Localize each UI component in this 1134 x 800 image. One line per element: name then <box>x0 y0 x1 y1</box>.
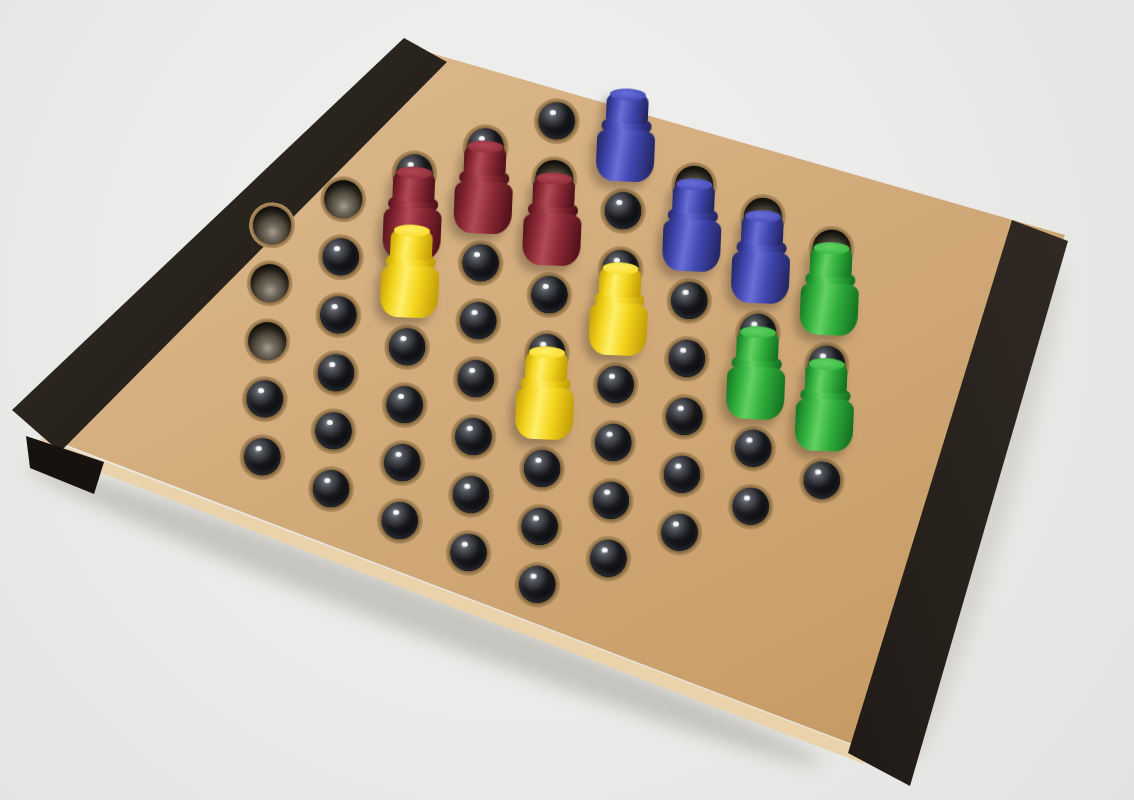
hole-c2-r1[interactable] <box>319 175 367 223</box>
red-pawn[interactable] <box>522 176 583 258</box>
black-marble[interactable] <box>246 380 284 418</box>
black-marble[interactable] <box>314 412 352 450</box>
hole-c5-r7[interactable] <box>518 445 566 493</box>
hole-c6-r5[interactable] <box>592 361 640 409</box>
hole-c7-r6[interactable] <box>658 451 706 499</box>
hole-c6-r2[interactable] <box>599 187 647 235</box>
black-marble[interactable] <box>734 429 772 467</box>
black-marble[interactable] <box>383 443 421 481</box>
black-marble[interactable] <box>538 102 576 140</box>
black-marble[interactable] <box>381 501 419 539</box>
blue-pawn[interactable] <box>596 93 657 175</box>
hole-c3-r6[interactable] <box>378 439 426 487</box>
black-marble[interactable] <box>312 469 350 507</box>
green-pawn[interactable] <box>799 246 860 328</box>
black-marble[interactable] <box>530 275 568 313</box>
red-pawn[interactable] <box>453 145 514 227</box>
black-marble[interactable] <box>589 539 627 577</box>
black-marble[interactable] <box>243 438 281 476</box>
hole-c5-r4[interactable] <box>525 271 573 319</box>
yellow-pawn[interactable] <box>380 229 441 311</box>
hole-c3-r5[interactable] <box>381 381 429 429</box>
black-marble[interactable] <box>663 455 701 493</box>
pawn-cap <box>532 177 575 209</box>
empty-hole[interactable] <box>252 206 291 245</box>
black-marble[interactable] <box>597 365 635 403</box>
black-marble[interactable] <box>668 339 706 377</box>
hole-c7-r7[interactable] <box>656 509 704 557</box>
hole-c2-r3[interactable] <box>314 291 362 339</box>
hole-c2-r5[interactable] <box>310 407 358 455</box>
black-marble[interactable] <box>604 191 642 229</box>
hole-c4-r6[interactable] <box>449 413 497 461</box>
black-marble[interactable] <box>523 449 561 487</box>
pawn-body <box>514 386 574 440</box>
hole-c9-r5[interactable] <box>798 457 846 505</box>
hole-c7-r2[interactable] <box>668 219 716 267</box>
empty-hole[interactable] <box>324 180 363 219</box>
yellow-pawn[interactable] <box>515 350 576 432</box>
hole-c4-r2[interactable] <box>459 181 507 229</box>
hole-c4-r8[interactable] <box>445 529 493 577</box>
black-marble[interactable] <box>386 385 424 423</box>
black-marble[interactable] <box>594 423 632 461</box>
black-marble[interactable] <box>449 533 487 571</box>
hole-c7-r3[interactable] <box>665 277 713 325</box>
hole-c4-r7[interactable] <box>447 471 495 519</box>
hole-c9-r2[interactable] <box>805 283 853 331</box>
black-marble[interactable] <box>462 244 500 282</box>
black-marble[interactable] <box>803 461 841 499</box>
hole-c1-r4[interactable] <box>241 375 289 423</box>
blue-pawn[interactable] <box>731 214 792 296</box>
hole-c6-r4[interactable] <box>594 303 642 351</box>
pawn-cap <box>606 93 649 125</box>
hole-c4-r5[interactable] <box>452 355 500 403</box>
black-marble[interactable] <box>454 417 492 455</box>
pawn-body <box>588 302 648 356</box>
pawn-body <box>730 250 790 304</box>
hole-c9-r4[interactable] <box>800 399 848 447</box>
pawn-cap <box>463 145 506 177</box>
hole-c2-r6[interactable] <box>307 465 355 513</box>
hole-c3-r7[interactable] <box>376 497 424 545</box>
black-marble[interactable] <box>317 354 355 392</box>
hole-c1-r1[interactable] <box>248 201 296 249</box>
empty-hole[interactable] <box>250 264 289 303</box>
hole-c8-r4[interactable] <box>732 367 780 415</box>
black-marble[interactable] <box>319 296 357 334</box>
hole-c3-r4[interactable] <box>383 323 431 371</box>
pawn-cap <box>672 183 715 215</box>
empty-hole[interactable] <box>248 322 287 361</box>
hole-c7-r5[interactable] <box>661 393 709 441</box>
black-marble[interactable] <box>732 487 770 525</box>
pawn-body <box>522 212 582 266</box>
green-pawn[interactable] <box>794 362 855 444</box>
board-photo-scene <box>0 0 1134 800</box>
hole-c5-r3[interactable] <box>528 213 576 261</box>
pawn-cap <box>805 362 848 394</box>
pawn-cap <box>598 267 641 299</box>
hole-c6-r6[interactable] <box>589 419 637 467</box>
hole-c4-r3[interactable] <box>457 239 505 287</box>
yellow-pawn[interactable] <box>588 266 649 348</box>
black-marble[interactable] <box>665 397 703 435</box>
hole-c2-r2[interactable] <box>317 233 365 281</box>
black-marble[interactable] <box>592 481 630 519</box>
hole-c8-r5[interactable] <box>729 425 777 473</box>
hole-c7-r4[interactable] <box>663 335 711 383</box>
hole-c5-r9[interactable] <box>513 561 561 609</box>
hole-c1-r5[interactable] <box>238 433 286 481</box>
black-marble[interactable] <box>452 475 490 513</box>
pawn-cap <box>736 330 779 362</box>
pawn-body <box>794 398 854 452</box>
blue-pawn[interactable] <box>662 182 723 264</box>
black-marble[interactable] <box>457 359 495 397</box>
black-marble[interactable] <box>660 513 698 551</box>
hole-c5-r8[interactable] <box>516 503 564 551</box>
pawn-body <box>662 218 722 272</box>
hex-hole-field <box>222 85 873 621</box>
green-pawn[interactable] <box>726 330 787 412</box>
hole-c1-r3[interactable] <box>243 317 291 365</box>
pawn-body <box>799 282 859 336</box>
hole-c8-r6[interactable] <box>727 483 775 531</box>
black-marble[interactable] <box>322 238 360 276</box>
pawn-cap <box>390 229 433 261</box>
hole-c2-r4[interactable] <box>312 349 360 397</box>
black-marble[interactable] <box>521 507 559 545</box>
pawn-cap <box>741 215 784 247</box>
black-marble[interactable] <box>518 565 556 603</box>
pawn-body <box>725 366 785 420</box>
pawn-cap <box>809 247 852 279</box>
hole-c6-r1[interactable] <box>601 129 649 177</box>
hole-c8-r2[interactable] <box>737 251 785 299</box>
hole-c4-r4[interactable] <box>454 297 502 345</box>
hole-c6-r8[interactable] <box>584 535 632 583</box>
hole-c5-r6[interactable] <box>521 387 569 435</box>
pawn-body <box>453 181 513 235</box>
pawn-cap <box>392 171 435 203</box>
pawn-body <box>379 265 439 319</box>
hole-c6-r7[interactable] <box>587 477 635 525</box>
pawn-body <box>595 128 655 182</box>
pawn-cap <box>525 351 568 383</box>
hole-c5-r1[interactable] <box>533 97 581 145</box>
black-marble[interactable] <box>388 328 426 366</box>
black-marble[interactable] <box>459 301 497 339</box>
hole-c1-r2[interactable] <box>246 259 294 307</box>
hole-c3-r3[interactable] <box>386 265 434 313</box>
black-marble[interactable] <box>670 281 708 319</box>
